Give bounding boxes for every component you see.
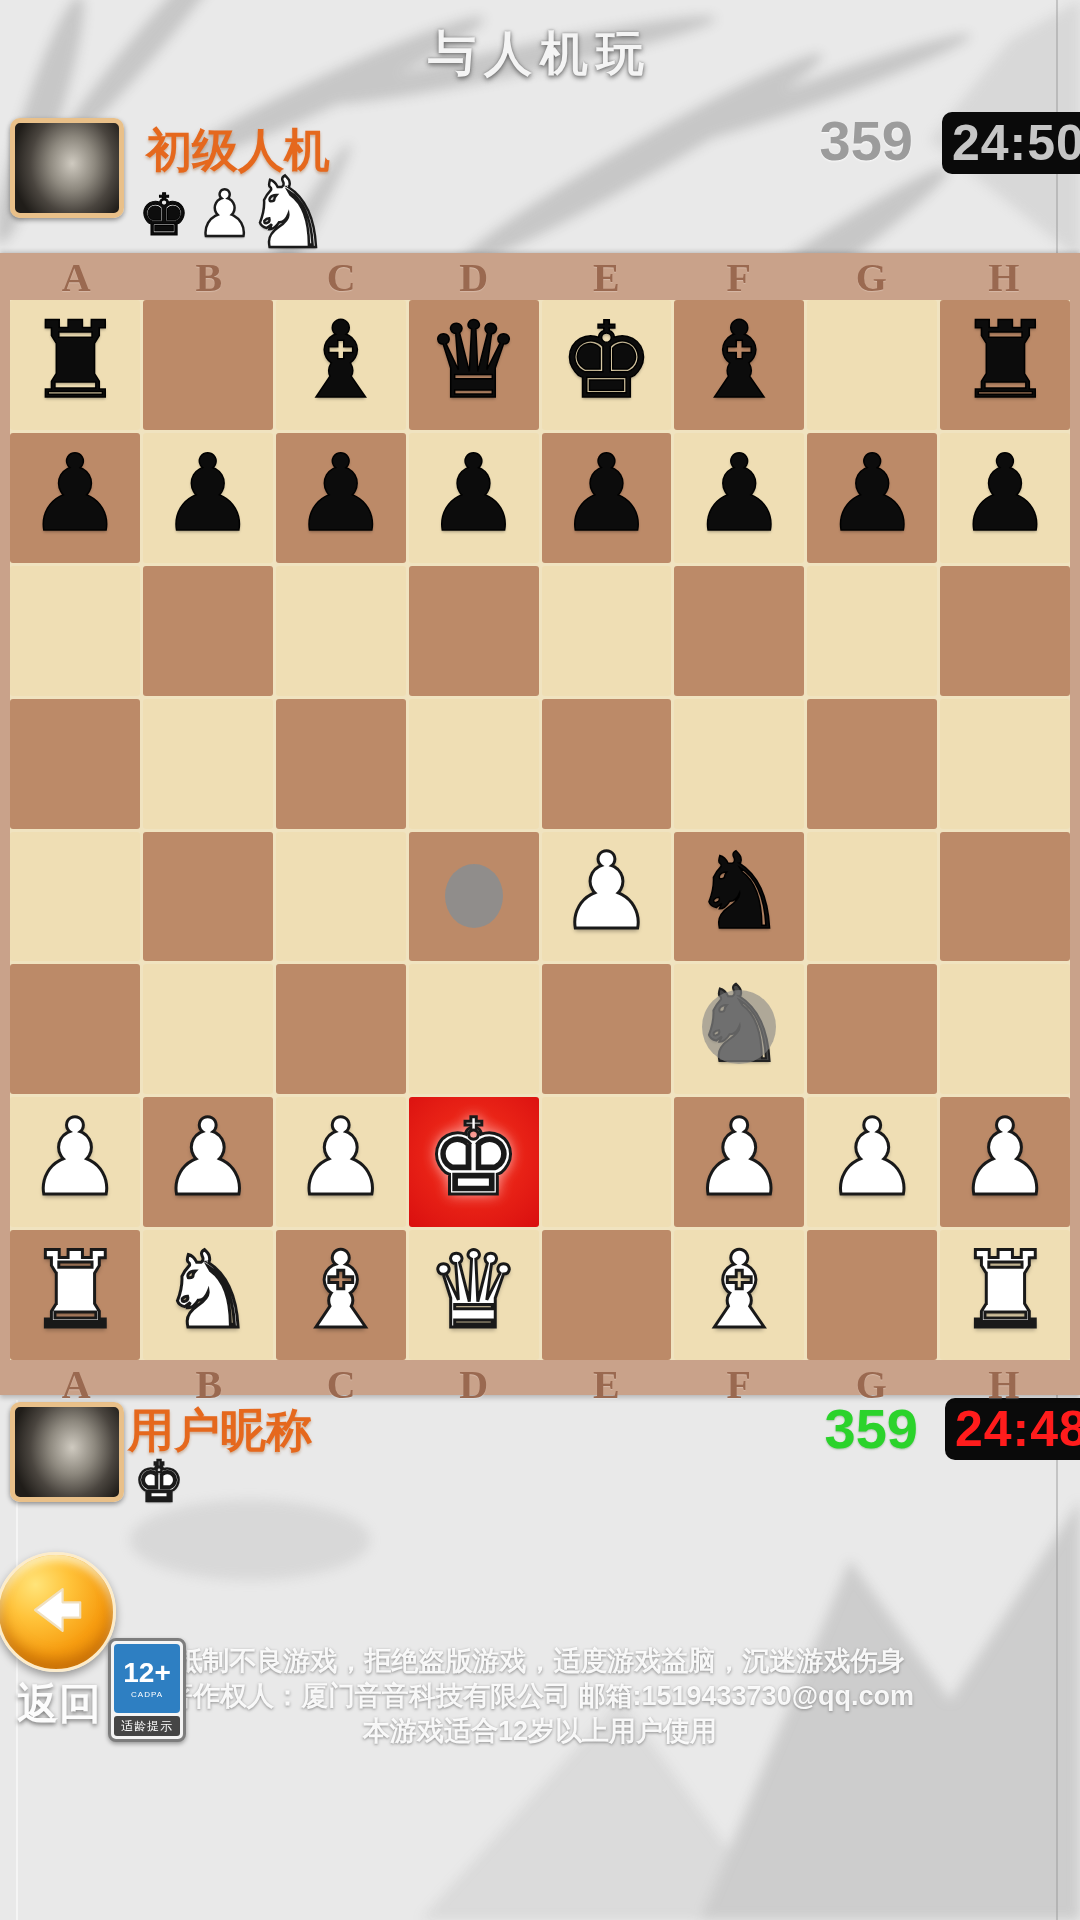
square-d4[interactable] [409, 832, 539, 962]
black-pawn-d7: ♟ [426, 441, 521, 547]
square-g6[interactable] [807, 566, 937, 696]
white-pawn-b2: ♟ [160, 1105, 255, 1211]
file-label-e: E [540, 1361, 673, 1407]
file-label-a: A [10, 254, 143, 300]
file-labels-bottom: ABCDEFGH [10, 1361, 1070, 1407]
file-label-g: G [805, 254, 938, 300]
white-pawn-g2: ♟ [825, 1105, 920, 1211]
square-e5[interactable] [542, 699, 672, 829]
white-pawn-e4: ♟ [559, 839, 654, 945]
black-pawn-h7: ♟ [958, 441, 1053, 547]
black-pawn-a7: ♟ [27, 441, 122, 547]
square-b2[interactable]: ♟ [143, 1097, 273, 1227]
square-b7[interactable]: ♟ [143, 433, 273, 563]
square-c6[interactable] [276, 566, 406, 696]
square-d5[interactable] [409, 699, 539, 829]
file-label-d: D [408, 254, 541, 300]
white-pawn-a2: ♟ [27, 1105, 122, 1211]
square-h4[interactable] [940, 832, 1070, 962]
square-d3[interactable] [409, 964, 539, 1094]
file-label-g: G [805, 1361, 938, 1407]
square-d1[interactable]: ♛ [409, 1230, 539, 1360]
file-label-f: F [673, 254, 806, 300]
square-c3[interactable] [276, 964, 406, 1094]
back-arrow-icon [23, 1577, 89, 1647]
page-title: 与人机玩 [0, 22, 1080, 86]
board-grid: ♜♝♛♚♝♜♟♟♟♟♟♟♟♟♟♞♞♟♟♟♚♟♟♟♜♞♝♛♝♜ [10, 300, 1070, 1360]
square-h1[interactable]: ♜ [940, 1230, 1070, 1360]
square-g4[interactable] [807, 832, 937, 962]
black-pawn-g7: ♟ [825, 441, 920, 547]
file-label-e: E [540, 254, 673, 300]
square-f2[interactable]: ♟ [674, 1097, 804, 1227]
square-c7[interactable]: ♟ [276, 433, 406, 563]
square-e2[interactable] [542, 1097, 672, 1227]
back-button[interactable] [0, 1552, 116, 1672]
square-d8[interactable]: ♛ [409, 300, 539, 430]
top-player-side-icon: ♚ [138, 186, 190, 244]
black-rook-a8: ♜ [27, 308, 122, 414]
file-label-c: C [275, 1361, 408, 1407]
square-e3[interactable] [542, 964, 672, 1094]
bottom-player-side-icon: ♚ [134, 1454, 184, 1510]
top-player-avatar [10, 118, 124, 218]
file-labels-top: ABCDEFGH [10, 254, 1070, 300]
square-a3[interactable] [10, 964, 140, 1094]
square-b1[interactable]: ♞ [143, 1230, 273, 1360]
file-label-b: B [143, 1361, 276, 1407]
white-pawn-c2: ♟ [293, 1105, 388, 1211]
white-rook-h1: ♜ [958, 1238, 1053, 1344]
square-e4[interactable]: ♟ [542, 832, 672, 962]
square-h8[interactable]: ♜ [940, 300, 1070, 430]
square-a6[interactable] [10, 566, 140, 696]
move-origin-dot [445, 864, 503, 928]
white-bishop-f1: ♝ [692, 1238, 787, 1344]
top-player-clock: 24:50 [942, 112, 1080, 174]
square-a7[interactable]: ♟ [10, 433, 140, 563]
black-bishop-f8: ♝ [692, 308, 787, 414]
black-pawn-f7: ♟ [692, 441, 787, 547]
square-a5[interactable] [10, 699, 140, 829]
square-f6[interactable] [674, 566, 804, 696]
square-f1[interactable]: ♝ [674, 1230, 804, 1360]
square-h7[interactable]: ♟ [940, 433, 1070, 563]
square-b6[interactable] [143, 566, 273, 696]
square-e8[interactable]: ♚ [542, 300, 672, 430]
square-h2[interactable]: ♟ [940, 1097, 1070, 1227]
chess-board: ABCDEFGH ♜♝♛♚♝♜♟♟♟♟♟♟♟♟♟♞♞♟♟♟♚♟♟♟♜♞♝♛♝♜ … [0, 253, 1080, 1395]
white-rook-a1: ♜ [27, 1238, 122, 1344]
square-f3[interactable]: ♞ [674, 964, 804, 1094]
white-queen-d1: ♛ [426, 1238, 521, 1344]
white-bishop-c1: ♝ [293, 1238, 388, 1344]
square-f8[interactable]: ♝ [674, 300, 804, 430]
square-a4[interactable] [10, 832, 140, 962]
black-knight-f3: ♞ [692, 972, 787, 1078]
square-g2[interactable]: ♟ [807, 1097, 937, 1227]
black-rook-h8: ♜ [958, 308, 1053, 414]
square-e1[interactable] [542, 1230, 672, 1360]
file-label-h: H [938, 1361, 1071, 1407]
black-pawn-c7: ♟ [293, 441, 388, 547]
white-pawn-f2: ♟ [692, 1105, 787, 1211]
square-f4[interactable]: ♞ [674, 832, 804, 962]
square-a8[interactable]: ♜ [10, 300, 140, 430]
square-g5[interactable] [807, 699, 937, 829]
file-label-f: F [673, 1361, 806, 1407]
square-b4[interactable] [143, 832, 273, 962]
black-bishop-c8: ♝ [293, 308, 388, 414]
captured-white-knight: ♞ [244, 164, 332, 262]
black-pawn-e7: ♟ [559, 441, 654, 547]
square-f7[interactable]: ♟ [674, 433, 804, 563]
top-player-score: 359 [753, 108, 913, 173]
square-d7[interactable]: ♟ [409, 433, 539, 563]
white-knight-b1: ♞ [160, 1238, 255, 1344]
square-a2[interactable]: ♟ [10, 1097, 140, 1227]
square-c2[interactable]: ♟ [276, 1097, 406, 1227]
square-b8[interactable] [143, 300, 273, 430]
file-label-h: H [938, 254, 1071, 300]
square-c1[interactable]: ♝ [276, 1230, 406, 1360]
square-b3[interactable] [143, 964, 273, 1094]
file-label-d: D [408, 1361, 541, 1407]
black-pawn-b7: ♟ [160, 441, 255, 547]
age-rating-sub: CADPA [131, 1690, 163, 1699]
bottom-player-avatar [10, 1402, 124, 1502]
bottom-player-clock: 24:48 [945, 1398, 1080, 1460]
square-g7[interactable]: ♟ [807, 433, 937, 563]
square-h6[interactable] [940, 566, 1070, 696]
square-c8[interactable]: ♝ [276, 300, 406, 430]
square-d6[interactable] [409, 566, 539, 696]
file-label-a: A [10, 1361, 143, 1407]
square-h5[interactable] [940, 699, 1070, 829]
age-rating-value: 12+ [123, 1659, 171, 1687]
white-pawn-h2: ♟ [958, 1105, 1053, 1211]
age-rating-badge: 12+ CADPA 适龄提示 [108, 1638, 186, 1742]
square-e6[interactable] [542, 566, 672, 696]
square-e7[interactable]: ♟ [542, 433, 672, 563]
age-rating-strip: 适龄提示 [114, 1716, 180, 1736]
square-h3[interactable] [940, 964, 1070, 1094]
square-c5[interactable] [276, 699, 406, 829]
black-queen-d8: ♛ [426, 308, 521, 414]
square-g1[interactable] [807, 1230, 937, 1360]
square-b5[interactable] [143, 699, 273, 829]
square-d2[interactable]: ♚ [409, 1097, 539, 1227]
square-c4[interactable] [276, 832, 406, 962]
square-g8[interactable] [807, 300, 937, 430]
back-button-label[interactable]: 返回 [4, 1676, 114, 1732]
black-knight-f4: ♞ [692, 839, 787, 945]
white-king-d2: ♚ [426, 1105, 521, 1211]
square-g3[interactable] [807, 964, 937, 1094]
square-a1[interactable]: ♜ [10, 1230, 140, 1360]
black-king-e8: ♚ [559, 308, 654, 414]
square-f5[interactable] [674, 699, 804, 829]
